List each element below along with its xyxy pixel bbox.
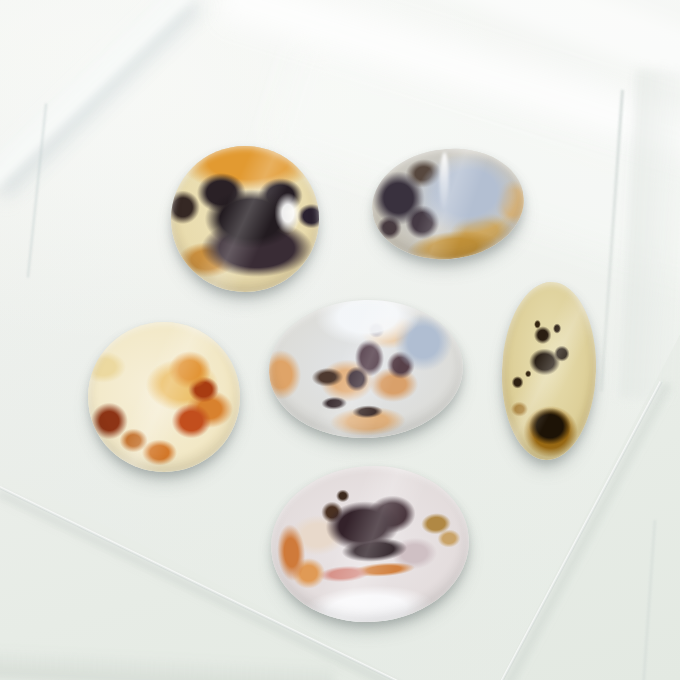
cabochon-round-plume-middle-left [88, 322, 240, 472]
photo-scene: Six polished dendritic agate cabochons a… [0, 0, 680, 680]
cabochon-round-dendritic-top-left [171, 146, 319, 292]
